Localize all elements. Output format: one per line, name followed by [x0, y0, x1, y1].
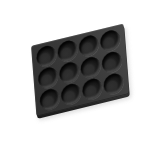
product-photo-scene	[0, 0, 150, 150]
muffin-cup-r1c2	[57, 39, 78, 64]
muffin-cup-r3c3	[82, 76, 103, 101]
muffin-cup-r1c4	[99, 28, 120, 53]
muffin-cup-r3c2	[60, 82, 81, 107]
muffin-cup-r3c4	[103, 71, 124, 96]
muffin-cup-r2c4	[101, 50, 122, 75]
muffin-cup-r3c1	[39, 87, 60, 112]
muffin-cup-r2c1	[38, 65, 59, 90]
muffin-tray	[31, 24, 129, 117]
muffin-cup-r1c3	[78, 34, 99, 59]
muffin-cup-r2c3	[80, 55, 101, 80]
muffin-cup-r2c2	[59, 60, 80, 85]
muffin-cup-r1c1	[36, 44, 57, 69]
